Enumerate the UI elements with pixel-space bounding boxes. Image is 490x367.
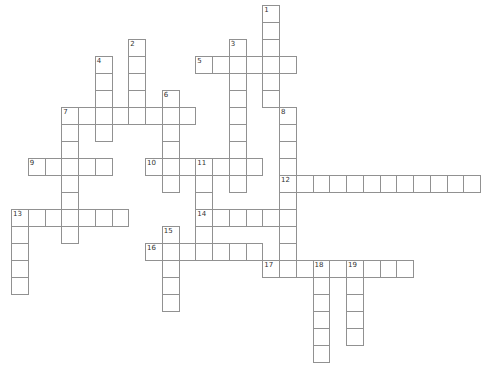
cell-r16c0[interactable] (11, 277, 29, 295)
cell-r15c9[interactable] (162, 260, 180, 278)
cell-r6c3[interactable]: 7 (61, 107, 79, 125)
clue-number-2: 2 (130, 40, 134, 48)
cell-r14c8[interactable]: 16 (145, 243, 163, 261)
cell-r3c7[interactable] (128, 56, 146, 74)
cell-r19c20[interactable] (346, 328, 364, 346)
cell-r17c9[interactable] (162, 294, 180, 312)
cell-r18c18[interactable] (313, 311, 331, 329)
cell-r6c9[interactable] (162, 107, 180, 125)
cell-r12c13[interactable] (229, 209, 247, 227)
cell-r10c24[interactable] (413, 175, 431, 193)
cell-r9c5[interactable] (95, 158, 113, 176)
cell-r13c3[interactable] (61, 226, 79, 244)
cell-r14c16[interactable] (279, 243, 297, 261)
cell-r6c13[interactable] (229, 107, 247, 125)
cell-r14c12[interactable] (212, 243, 230, 261)
cell-r15c17[interactable] (296, 260, 314, 278)
cell-r17c20[interactable] (346, 294, 364, 312)
clue-number-5: 5 (197, 57, 201, 65)
clue-number-8: 8 (281, 108, 285, 116)
clue-number-11: 11 (197, 159, 206, 167)
cell-r7c9[interactable] (162, 124, 180, 142)
cell-r12c5[interactable] (95, 209, 113, 227)
cell-r16c9[interactable] (162, 277, 180, 295)
clue-number-3: 3 (231, 40, 235, 48)
cell-r4c15[interactable] (262, 73, 280, 91)
cell-r16c18[interactable] (313, 277, 331, 295)
cell-r4c7[interactable] (128, 73, 146, 91)
cell-r9c8[interactable]: 10 (145, 158, 163, 176)
clue-number-9: 9 (30, 159, 34, 167)
cell-r6c7[interactable] (128, 107, 146, 125)
cell-r9c1[interactable]: 9 (28, 158, 46, 176)
cell-r14c11[interactable] (195, 243, 213, 261)
cell-r7c13[interactable] (229, 124, 247, 142)
cell-r15c22[interactable] (380, 260, 398, 278)
cell-r14c9[interactable] (162, 243, 180, 261)
cell-r11c16[interactable] (279, 192, 297, 210)
cell-r9c9[interactable] (162, 158, 180, 176)
cell-r12c11[interactable]: 14 (195, 209, 213, 227)
cell-r3c5[interactable]: 4 (95, 56, 113, 74)
clue-number-1: 1 (264, 6, 268, 14)
cell-r14c13[interactable] (229, 243, 247, 261)
clue-number-19: 19 (348, 261, 357, 269)
cell-r4c5[interactable] (95, 73, 113, 91)
cell-r8c3[interactable] (61, 141, 79, 159)
cell-r15c23[interactable] (396, 260, 414, 278)
cell-r18c20[interactable] (346, 311, 364, 329)
cell-r10c27[interactable] (463, 175, 481, 193)
cell-r12c0[interactable]: 13 (11, 209, 29, 227)
cell-r6c8[interactable] (145, 107, 163, 125)
cell-r10c20[interactable] (346, 175, 364, 193)
cell-r15c18[interactable]: 18 (313, 260, 331, 278)
clue-number-7: 7 (63, 108, 67, 116)
cell-r10c23[interactable] (396, 175, 414, 193)
cell-r20c18[interactable] (313, 345, 331, 363)
cell-r3c11[interactable]: 5 (195, 56, 213, 74)
clue-number-17: 17 (264, 261, 273, 269)
cell-r10c11[interactable] (195, 175, 213, 193)
cell-r12c4[interactable] (78, 209, 96, 227)
clue-number-15: 15 (164, 227, 173, 235)
cell-r17c18[interactable] (313, 294, 331, 312)
clue-number-6: 6 (164, 91, 168, 99)
cell-r9c11[interactable]: 11 (195, 158, 213, 176)
clue-number-4: 4 (97, 57, 101, 65)
cell-r15c21[interactable] (363, 260, 381, 278)
cell-r9c12[interactable] (212, 158, 230, 176)
cell-r1c15[interactable] (262, 22, 280, 40)
cell-r10c19[interactable] (329, 175, 347, 193)
cell-r15c19[interactable] (329, 260, 347, 278)
cell-r11c11[interactable] (195, 192, 213, 210)
cell-r15c16[interactable] (279, 260, 297, 278)
cell-r12c3[interactable] (61, 209, 79, 227)
cell-r2c13[interactable]: 3 (229, 39, 247, 57)
cell-r13c11[interactable] (195, 226, 213, 244)
cell-r8c16[interactable] (279, 141, 297, 159)
cell-r13c16[interactable] (279, 226, 297, 244)
cell-r6c6[interactable] (112, 107, 130, 125)
cell-r5c13[interactable] (229, 90, 247, 108)
cell-r10c25[interactable] (430, 175, 448, 193)
cell-r14c14[interactable] (246, 243, 264, 261)
cell-r3c14[interactable] (246, 56, 264, 74)
cell-r5c9[interactable]: 6 (162, 90, 180, 108)
cell-r4c13[interactable] (229, 73, 247, 91)
cell-r10c9[interactable] (162, 175, 180, 193)
cell-r9c3[interactable] (61, 158, 79, 176)
cell-r3c16[interactable] (279, 56, 297, 74)
cell-r6c10[interactable] (179, 107, 197, 125)
cell-r3c12[interactable] (212, 56, 230, 74)
cell-r2c15[interactable] (262, 39, 280, 57)
cell-r12c14[interactable] (246, 209, 264, 227)
cell-r10c22[interactable] (380, 175, 398, 193)
cell-r9c14[interactable] (246, 158, 264, 176)
cell-r16c20[interactable] (346, 277, 364, 295)
cell-r5c5[interactable] (95, 90, 113, 108)
cell-r15c0[interactable] (11, 260, 29, 278)
cell-r3c13[interactable] (229, 56, 247, 74)
cell-r19c18[interactable] (313, 328, 331, 346)
cell-r0c15[interactable]: 1 (262, 5, 280, 23)
cell-r10c26[interactable] (447, 175, 465, 193)
cell-r3c15[interactable] (262, 56, 280, 74)
clue-number-13: 13 (13, 210, 22, 218)
cell-r12c2[interactable] (45, 209, 63, 227)
cell-r13c9[interactable]: 15 (162, 226, 180, 244)
cell-r7c16[interactable] (279, 124, 297, 142)
cell-r6c5[interactable] (95, 107, 113, 125)
cell-r15c20[interactable]: 19 (346, 260, 364, 278)
cell-r9c4[interactable] (78, 158, 96, 176)
cell-r12c12[interactable] (212, 209, 230, 227)
cell-r7c3[interactable] (61, 124, 79, 142)
cell-r8c9[interactable] (162, 141, 180, 159)
cell-r15c15[interactable]: 17 (262, 260, 280, 278)
cell-r9c2[interactable] (45, 158, 63, 176)
clue-number-14: 14 (197, 210, 206, 218)
cell-r9c10[interactable] (179, 158, 197, 176)
cell-r11c3[interactable] (61, 192, 79, 210)
cell-r2c7[interactable]: 2 (128, 39, 146, 57)
cell-r8c13[interactable] (229, 141, 247, 159)
cell-r5c7[interactable] (128, 90, 146, 108)
clue-number-18: 18 (315, 261, 324, 269)
cell-r12c6[interactable] (112, 209, 130, 227)
cell-r9c16[interactable] (279, 158, 297, 176)
crossword-grid: 12345678910111213141516171819 (11, 5, 489, 363)
cell-r5c15[interactable] (262, 90, 280, 108)
cell-r10c17[interactable] (296, 175, 314, 193)
cell-r12c16[interactable] (279, 209, 297, 227)
cell-r10c18[interactable] (313, 175, 331, 193)
page: 12345678910111213141516171819 (0, 0, 490, 367)
cell-r14c10[interactable] (179, 243, 197, 261)
cell-r12c1[interactable] (28, 209, 46, 227)
cell-r7c5[interactable] (95, 124, 113, 142)
cell-r10c16[interactable]: 12 (279, 175, 297, 193)
cell-r12c15[interactable] (262, 209, 280, 227)
cell-r14c0[interactable] (11, 243, 29, 261)
cell-r6c16[interactable]: 8 (279, 107, 297, 125)
cell-r10c21[interactable] (363, 175, 381, 193)
clue-number-12: 12 (281, 176, 290, 184)
cell-r13c0[interactable] (11, 226, 29, 244)
cell-r10c13[interactable] (229, 175, 247, 193)
cell-r9c13[interactable] (229, 158, 247, 176)
clue-number-16: 16 (147, 244, 156, 252)
cell-r10c3[interactable] (61, 175, 79, 193)
clue-number-10: 10 (147, 159, 156, 167)
cell-r6c4[interactable] (78, 107, 96, 125)
